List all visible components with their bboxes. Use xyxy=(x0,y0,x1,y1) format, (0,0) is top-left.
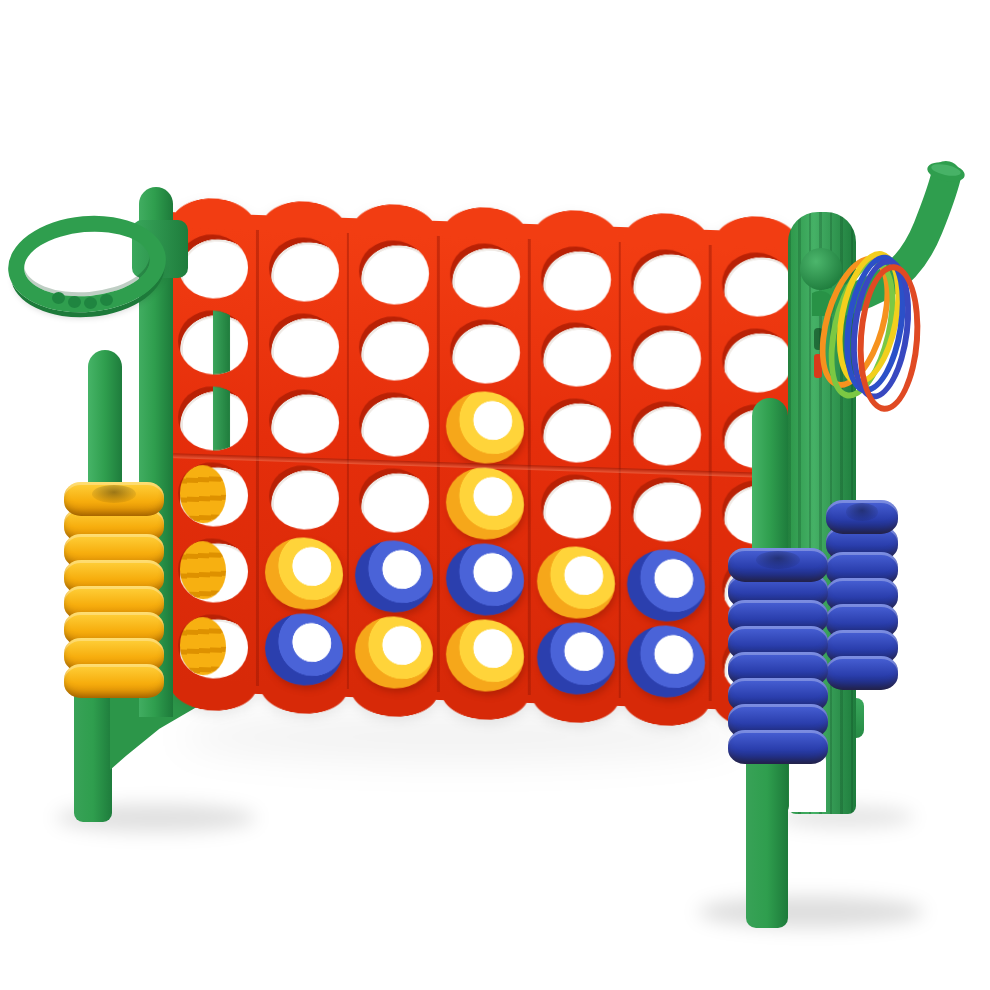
stack-ring xyxy=(728,730,828,764)
hole xyxy=(269,388,339,454)
cell-r1-c5 xyxy=(530,239,621,318)
cell-r5-c4 xyxy=(440,540,531,619)
cell-r4-c3 xyxy=(349,461,440,540)
stack-ring xyxy=(728,548,828,582)
stack-ring xyxy=(826,500,898,534)
cell-r4-c5 xyxy=(530,467,621,546)
disc-blue xyxy=(537,621,615,696)
hole xyxy=(450,242,520,308)
hole xyxy=(631,400,701,466)
disc-yellow xyxy=(446,618,524,693)
hoop-grip-bump xyxy=(84,297,97,309)
hook-rings xyxy=(822,246,932,406)
hole xyxy=(631,248,701,314)
cell-r6-c2 xyxy=(259,610,350,689)
hole xyxy=(359,315,429,381)
blue-ring-stack-front xyxy=(728,548,828,764)
blue-ring-stack-back xyxy=(826,500,898,690)
disc-yellow xyxy=(537,545,615,620)
product-photo-stage xyxy=(0,0,990,990)
disc-yellow xyxy=(355,615,433,690)
hole xyxy=(541,397,611,463)
hole xyxy=(541,245,611,311)
cell-r1-c4 xyxy=(440,236,531,315)
cell-r6-c3 xyxy=(349,613,440,692)
disc-blue xyxy=(627,548,705,623)
hole xyxy=(450,318,520,384)
hole xyxy=(541,321,611,387)
cell-r4-c4 xyxy=(440,464,531,543)
cell-r3-c3 xyxy=(349,385,440,464)
cell-r1-c6 xyxy=(621,242,712,321)
board xyxy=(168,197,802,730)
stack-ring xyxy=(64,482,164,516)
hole xyxy=(722,251,792,317)
yellow-ring-stack xyxy=(64,482,164,698)
disc-yellow xyxy=(446,390,524,465)
right-ring-post xyxy=(752,398,788,572)
cell-r1-c3 xyxy=(349,233,440,312)
hole xyxy=(722,327,792,393)
cell-r6-c6 xyxy=(621,622,712,701)
cell-r2-c2 xyxy=(259,306,350,385)
disc-blue xyxy=(265,612,343,687)
hole xyxy=(269,312,339,378)
stack-ring xyxy=(826,656,898,690)
hole xyxy=(178,613,248,679)
cell-r2-c4 xyxy=(440,312,531,391)
hoop-grip-bump xyxy=(52,292,65,304)
hoop-grip-bump xyxy=(100,294,113,306)
hole xyxy=(359,239,429,305)
left-leg xyxy=(74,684,112,822)
cell-r3-c1 xyxy=(168,379,259,458)
hole xyxy=(359,467,429,533)
cell-r5-c3 xyxy=(349,537,440,616)
disc-yellow xyxy=(446,466,524,541)
cell-r3-c4 xyxy=(440,388,531,467)
cell-r5-c6 xyxy=(621,546,712,625)
hole xyxy=(541,473,611,539)
disc-blue xyxy=(446,542,524,617)
cell-r2-c3 xyxy=(349,309,440,388)
cell-r4-c1 xyxy=(168,455,259,534)
ground-shadow-right-leg xyxy=(698,896,924,928)
disc-blue xyxy=(355,539,433,614)
cell-r3-c5 xyxy=(530,391,621,470)
cell-r6-c5 xyxy=(530,619,621,698)
cell-r6-c1 xyxy=(168,607,259,686)
disc-yellow xyxy=(265,536,343,611)
toss-hoop-group xyxy=(2,206,198,316)
disc-blue xyxy=(627,624,705,699)
hoop-grip-bump xyxy=(68,296,81,308)
cell-r3-c2 xyxy=(259,382,350,461)
cell-r4-c6 xyxy=(621,470,712,549)
stack-ring xyxy=(64,664,164,698)
cell-r3-c6 xyxy=(621,394,712,473)
hole xyxy=(178,385,248,451)
cell-r5-c5 xyxy=(530,543,621,622)
hole xyxy=(178,461,248,527)
hole xyxy=(178,309,248,375)
hole xyxy=(631,476,701,542)
cell-r2-c5 xyxy=(530,315,621,394)
hole xyxy=(178,537,248,603)
hole xyxy=(269,464,339,530)
hole xyxy=(359,391,429,457)
cell-r2-c6 xyxy=(621,318,712,397)
cell-r5-c2 xyxy=(259,534,350,613)
cell-r6-c4 xyxy=(440,616,531,695)
cell-r4-c2 xyxy=(259,458,350,537)
cell-r5-c1 xyxy=(168,531,259,610)
cell-r1-c2 xyxy=(259,230,350,309)
hole xyxy=(631,324,701,390)
hole xyxy=(269,236,339,302)
